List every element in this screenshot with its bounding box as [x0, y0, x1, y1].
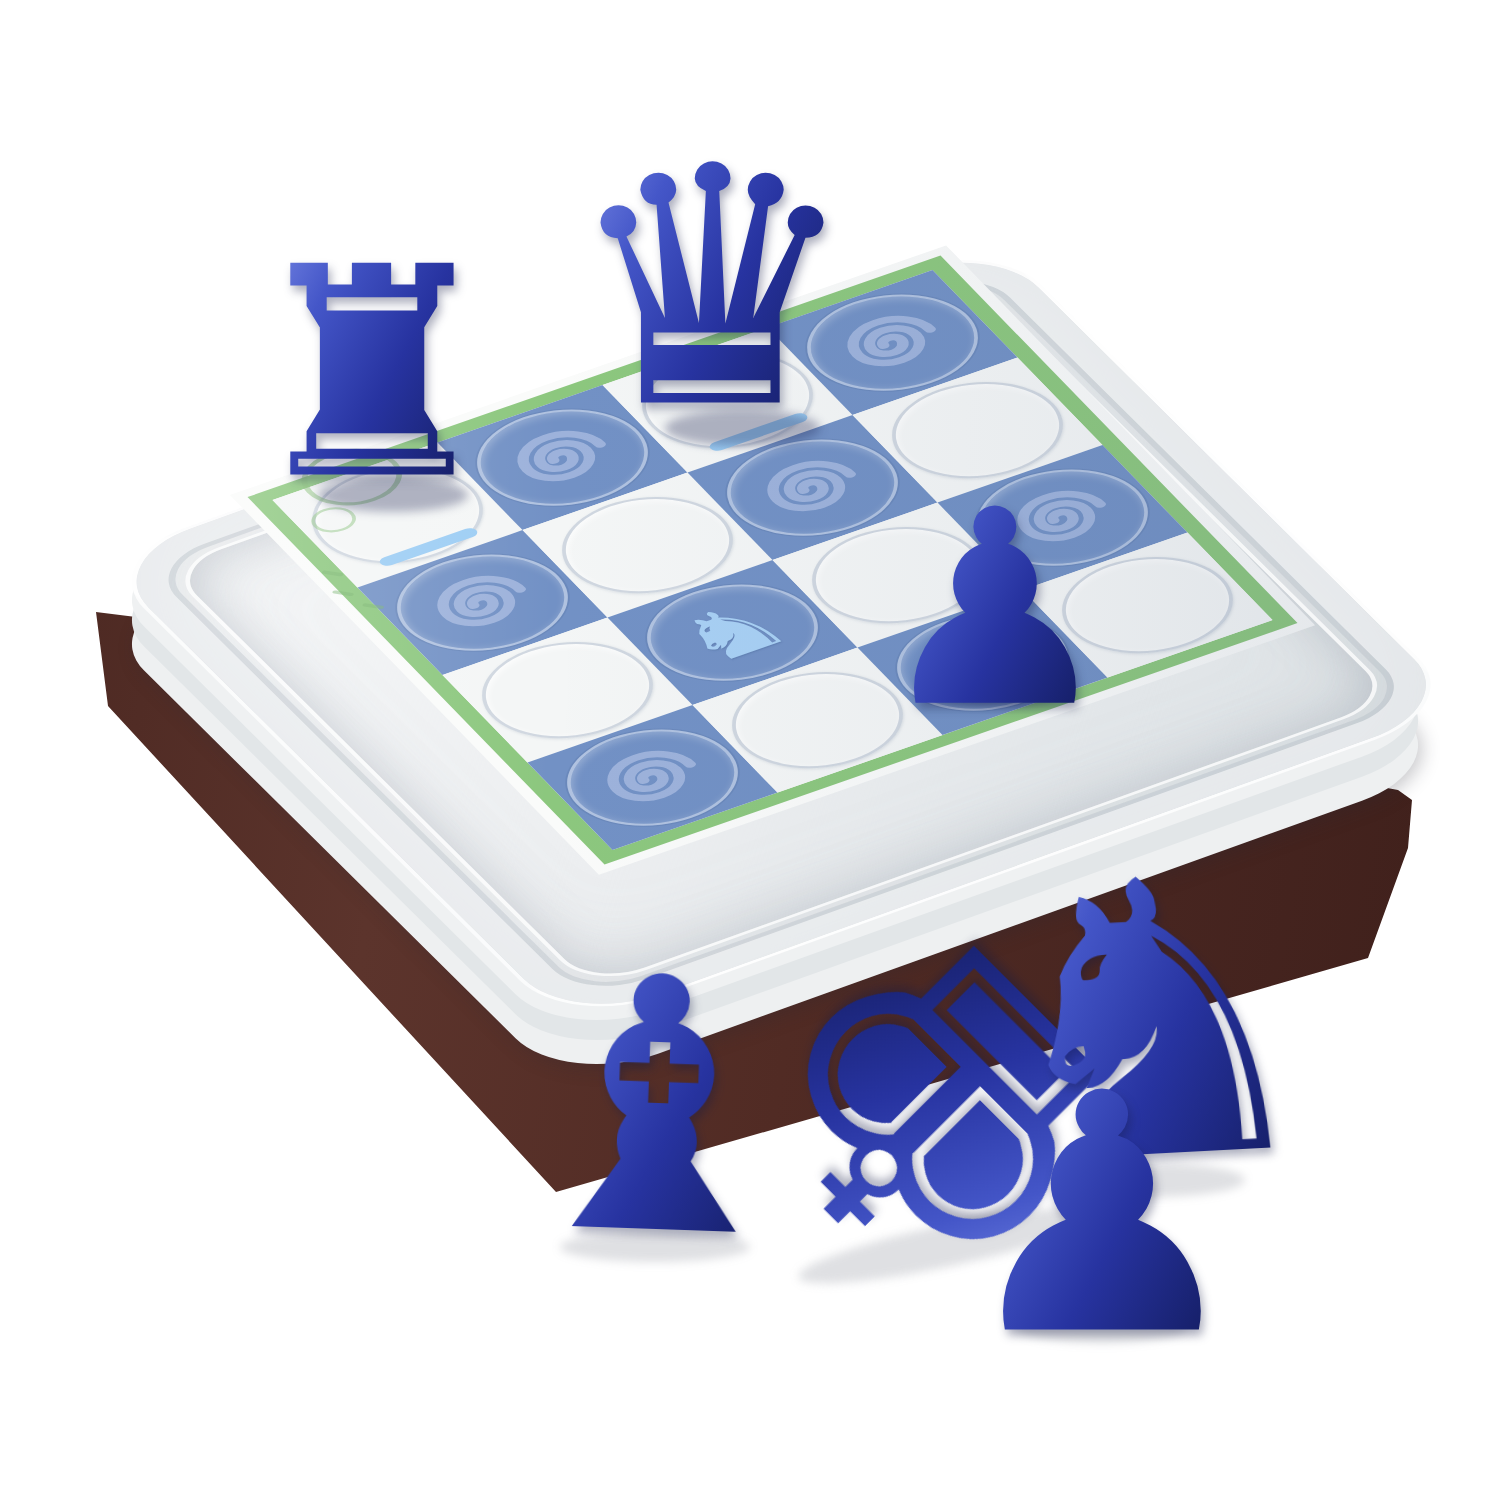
queen-piece[interactable]: ♛ [564, 123, 860, 453]
pawn-piece[interactable]: ♟ [954, 1050, 1250, 1380]
scene: ♞ ♜♛♟♝♚♞♟ [0, 0, 1500, 1500]
pawn-piece[interactable]: ♟ [874, 475, 1116, 745]
rook-piece[interactable]: ♜ [242, 229, 502, 519]
